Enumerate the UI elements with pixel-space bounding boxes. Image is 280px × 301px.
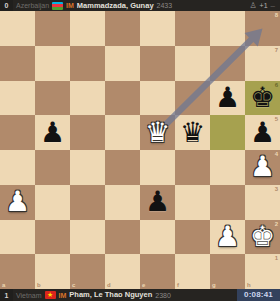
- square-c4[interactable]: [70, 150, 105, 185]
- square-h8[interactable]: 8: [245, 11, 280, 46]
- file-label-g: g: [212, 282, 216, 288]
- bottom-player-bar: 1 Vietnam ★ IM Pham, Le Thao Nguyen 2380…: [0, 289, 280, 301]
- black-pawn-e3[interactable]: ♟: [140, 185, 175, 220]
- chess-board: 8765432abcdefg1h ♟♚♟♛♛♟♟♟♟♟♚: [0, 11, 280, 289]
- square-e6[interactable]: [140, 81, 175, 116]
- rank-label-7: 7: [275, 47, 278, 53]
- top-player-score: 0: [0, 0, 13, 11]
- file-label-e: e: [142, 282, 145, 288]
- square-h7[interactable]: 7: [245, 46, 280, 81]
- square-c6[interactable]: [70, 81, 105, 116]
- square-a2[interactable]: [0, 220, 35, 255]
- square-a5[interactable]: [0, 115, 35, 150]
- white-queen-e5[interactable]: ♛: [140, 115, 175, 150]
- top-player-material: +1: [260, 2, 268, 9]
- square-d7[interactable]: [105, 46, 140, 81]
- square-d4[interactable]: [105, 150, 140, 185]
- square-f3[interactable]: [175, 185, 210, 220]
- square-d2[interactable]: [105, 220, 140, 255]
- square-a6[interactable]: [0, 81, 35, 116]
- white-pawn-g2[interactable]: ♟: [210, 220, 245, 255]
- white-pawn-h4[interactable]: ♟: [245, 150, 280, 185]
- square-f4[interactable]: [175, 150, 210, 185]
- square-a7[interactable]: [0, 46, 35, 81]
- square-g7[interactable]: [210, 46, 245, 81]
- square-b7[interactable]: [35, 46, 70, 81]
- file-label-a: a: [2, 282, 5, 288]
- file-label-f: f: [177, 282, 179, 288]
- square-g1[interactable]: g: [210, 254, 245, 289]
- square-a1[interactable]: a: [0, 254, 35, 289]
- square-g8[interactable]: [210, 11, 245, 46]
- square-e4[interactable]: [140, 150, 175, 185]
- square-f1[interactable]: f: [175, 254, 210, 289]
- square-f8[interactable]: [175, 11, 210, 46]
- bottom-player-name: Pham, Le Thao Nguyen: [69, 291, 152, 299]
- square-d5[interactable]: [105, 115, 140, 150]
- rank-label-1: 1: [275, 255, 278, 261]
- square-g4[interactable]: [210, 150, 245, 185]
- bottom-player-clock[interactable]: 0:08:41: [237, 289, 280, 301]
- square-f6[interactable]: [175, 81, 210, 116]
- square-g5[interactable]: [210, 115, 245, 150]
- top-player-bar: 0 Azerbaijan IM Mammadzada, Gunay 2433 ♙…: [0, 0, 280, 11]
- file-label-h: h: [247, 282, 251, 288]
- white-pawn-a3[interactable]: ♟: [0, 185, 35, 220]
- square-a8[interactable]: [0, 11, 35, 46]
- square-d1[interactable]: d: [105, 254, 140, 289]
- black-pawn-g6[interactable]: ♟: [210, 81, 245, 116]
- square-c1[interactable]: c: [70, 254, 105, 289]
- black-king-h6[interactable]: ♚: [245, 81, 280, 116]
- square-c8[interactable]: [70, 11, 105, 46]
- black-pawn-b5[interactable]: ♟: [35, 115, 70, 150]
- square-e1[interactable]: e: [140, 254, 175, 289]
- square-d8[interactable]: [105, 11, 140, 46]
- file-label-c: c: [72, 282, 75, 288]
- vietnam-flag-icon: ★: [45, 291, 56, 299]
- star-icon: ★: [47, 292, 53, 299]
- square-c2[interactable]: [70, 220, 105, 255]
- captured-pawn-icon: ♙: [249, 2, 256, 10]
- square-d6[interactable]: [105, 81, 140, 116]
- square-a4[interactable]: [0, 150, 35, 185]
- black-pawn-h5[interactable]: ♟: [245, 115, 280, 150]
- square-f2[interactable]: [175, 220, 210, 255]
- square-e2[interactable]: [140, 220, 175, 255]
- chess-broadcast-window: 0 Azerbaijan IM Mammadzada, Gunay 2433 ♙…: [0, 0, 280, 301]
- square-h3[interactable]: 3: [245, 185, 280, 220]
- square-c3[interactable]: [70, 185, 105, 220]
- square-h1[interactable]: 1h: [245, 254, 280, 289]
- square-b6[interactable]: [35, 81, 70, 116]
- top-player-name: Mammadzada, Gunay: [77, 2, 154, 10]
- bottom-player-title: IM: [59, 292, 67, 299]
- square-d3[interactable]: [105, 185, 140, 220]
- square-b3[interactable]: [35, 185, 70, 220]
- top-player-clock: –: [271, 2, 280, 10]
- bottom-player-score: 1: [0, 289, 13, 301]
- black-queen-f5[interactable]: ♛: [175, 115, 210, 150]
- file-label-d: d: [107, 282, 111, 288]
- square-g3[interactable]: [210, 185, 245, 220]
- white-king-h2[interactable]: ♚: [245, 220, 280, 255]
- square-f7[interactable]: [175, 46, 210, 81]
- rank-label-8: 8: [275, 12, 278, 18]
- top-player-rating: 2433: [157, 2, 173, 9]
- square-b2[interactable]: [35, 220, 70, 255]
- square-b4[interactable]: [35, 150, 70, 185]
- square-b8[interactable]: [35, 11, 70, 46]
- square-c5[interactable]: [70, 115, 105, 150]
- top-player-country: Azerbaijan: [16, 2, 49, 9]
- top-player-title: IM: [66, 2, 74, 9]
- bottom-player-country: Vietnam: [16, 292, 42, 299]
- square-e8[interactable]: [140, 11, 175, 46]
- bottom-player-rating: 2380: [155, 292, 171, 299]
- square-c7[interactable]: [70, 46, 105, 81]
- azerbaijan-flag-icon: [52, 2, 63, 10]
- square-b1[interactable]: b: [35, 254, 70, 289]
- rank-label-3: 3: [275, 186, 278, 192]
- square-e7[interactable]: [140, 46, 175, 81]
- file-label-b: b: [37, 282, 41, 288]
